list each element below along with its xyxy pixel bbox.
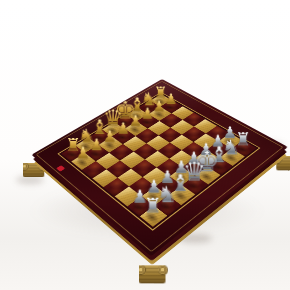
gold-pawn[interactable]: ♟ <box>110 121 135 136</box>
brand-logo-dot <box>56 165 65 171</box>
piece-shadow <box>129 111 144 120</box>
board-frame: ♜♟♟♜♞♟♟♞♝♟♟♝♚♟♟♚♛♟♟♛♝♟♟♝♞♟♟♞♜♟♟♜ <box>31 79 288 257</box>
greek-column-foot-icon <box>23 163 44 178</box>
photo-backdrop: ♜♟♟♜♞♟♟♞♝♟♟♝♚♟♟♚♛♟♟♛♝♟♟♝♞♟♟♞♜♟♟♜ <box>0 0 290 290</box>
gold-bishop[interactable]: ♝ <box>87 117 112 137</box>
gold-rook[interactable]: ♜ <box>149 85 172 101</box>
piece-shadow <box>163 103 178 112</box>
square-g2[interactable]: ♟ <box>149 107 171 121</box>
square-c1[interactable]: ♝ <box>89 130 112 145</box>
piece-shadow <box>127 125 143 135</box>
square-g4[interactable] <box>171 120 194 135</box>
gold-knight[interactable]: ♞ <box>137 90 160 108</box>
gold-king[interactable]: ♚ <box>113 98 137 122</box>
gold-pawn[interactable]: ♟ <box>97 129 122 145</box>
gold-pawn[interactable]: ♟ <box>147 99 171 114</box>
gold-queen[interactable]: ♛ <box>100 107 125 130</box>
square-c2[interactable]: ♟ <box>99 137 123 153</box>
square-a8[interactable]: ♜ <box>140 206 168 227</box>
square-f1[interactable]: ♝ <box>127 108 149 122</box>
square-d3[interactable] <box>122 136 146 152</box>
greek-column-foot-icon <box>139 265 166 283</box>
square-e2[interactable]: ♟ <box>125 121 148 136</box>
piece-shadow <box>102 140 118 151</box>
square-d1[interactable]: ♛ <box>102 122 125 137</box>
piece-shadow <box>115 132 131 142</box>
piece-shadow <box>152 97 167 106</box>
square-d4[interactable] <box>133 143 157 159</box>
gold-pawn[interactable]: ♟ <box>135 106 159 121</box>
piece-shadow <box>141 104 156 113</box>
piece-shadow <box>151 110 166 119</box>
chessboard: ♜♟♟♜♞♟♟♞♝♟♟♝♚♟♟♚♛♟♟♛♝♟♟♝♞♟♟♞♜♟♟♜ <box>31 79 288 257</box>
square-g1[interactable]: ♞ <box>138 101 160 114</box>
square-e1[interactable]: ♚ <box>114 115 136 129</box>
square-h4[interactable] <box>182 113 205 127</box>
square-g3[interactable] <box>159 113 182 127</box>
square-f3[interactable] <box>147 121 170 136</box>
piece-shadow <box>104 125 119 135</box>
square-h1[interactable]: ♜ <box>150 94 172 107</box>
square-d2[interactable]: ♟ <box>112 129 135 144</box>
camera-tilt: ♜♟♟♜♞♟♟♞♝♟♟♝♚♟♟♚♛♟♟♛♝♟♟♝♞♟♟♞♜♟♟♜ <box>0 0 290 290</box>
scene: ♜♟♟♜♞♟♟♞♝♟♟♝♚♟♟♚♛♟♟♛♝♟♟♝♞♟♟♞♜♟♟♜ <box>0 0 290 290</box>
square-h3[interactable] <box>171 106 193 120</box>
square-h2[interactable]: ♟ <box>160 100 182 113</box>
piece-shadow <box>117 118 132 128</box>
gold-pawn[interactable]: ♟ <box>70 146 96 162</box>
silver-rook[interactable]: ♜ <box>138 196 168 217</box>
gold-pawn[interactable]: ♟ <box>123 114 148 129</box>
square-e3[interactable] <box>135 128 158 143</box>
square-f4[interactable] <box>159 127 183 142</box>
square-e4[interactable] <box>146 135 170 151</box>
piece-shadow <box>139 117 155 127</box>
square-f2[interactable]: ♟ <box>137 114 160 128</box>
gold-bishop[interactable]: ♝ <box>125 96 149 115</box>
gold-pawn[interactable]: ♟ <box>159 92 183 106</box>
piece-shadow <box>91 133 107 143</box>
